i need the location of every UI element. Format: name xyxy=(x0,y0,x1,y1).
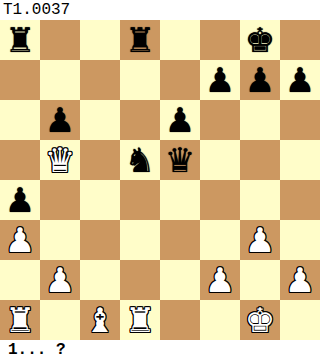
black-rook[interactable]: ♜ xyxy=(5,20,35,60)
square-e2[interactable] xyxy=(160,260,200,300)
white-queen[interactable]: ♛ xyxy=(45,140,75,180)
square-a1[interactable]: ♜ xyxy=(0,300,40,340)
square-f1[interactable] xyxy=(200,300,240,340)
square-c4[interactable] xyxy=(80,180,120,220)
square-c3[interactable] xyxy=(80,220,120,260)
white-pawn[interactable]: ♟ xyxy=(285,260,315,300)
square-e4[interactable] xyxy=(160,180,200,220)
square-f3[interactable] xyxy=(200,220,240,260)
black-pawn[interactable]: ♟ xyxy=(245,60,275,100)
square-f7[interactable]: ♟ xyxy=(200,60,240,100)
square-d3[interactable] xyxy=(120,220,160,260)
square-f6[interactable] xyxy=(200,100,240,140)
square-h6[interactable] xyxy=(280,100,320,140)
square-g6[interactable] xyxy=(240,100,280,140)
square-b1[interactable] xyxy=(40,300,80,340)
black-pawn[interactable]: ♟ xyxy=(205,60,235,100)
square-h5[interactable] xyxy=(280,140,320,180)
square-h4[interactable] xyxy=(280,180,320,220)
square-a2[interactable] xyxy=(0,260,40,300)
black-queen[interactable]: ♛ xyxy=(165,140,195,180)
square-c7[interactable] xyxy=(80,60,120,100)
square-h3[interactable] xyxy=(280,220,320,260)
square-e6[interactable]: ♟ xyxy=(160,100,200,140)
square-a5[interactable] xyxy=(0,140,40,180)
move-prompt: 1... ? xyxy=(0,340,320,360)
black-king[interactable]: ♚ xyxy=(245,20,275,60)
square-c8[interactable] xyxy=(80,20,120,60)
square-a8[interactable]: ♜ xyxy=(0,20,40,60)
square-f5[interactable] xyxy=(200,140,240,180)
square-e3[interactable] xyxy=(160,220,200,260)
square-b3[interactable] xyxy=(40,220,80,260)
square-d1[interactable]: ♜ xyxy=(120,300,160,340)
square-f2[interactable]: ♟ xyxy=(200,260,240,300)
white-pawn[interactable]: ♟ xyxy=(245,220,275,260)
square-b7[interactable] xyxy=(40,60,80,100)
square-h2[interactable]: ♟ xyxy=(280,260,320,300)
white-pawn[interactable]: ♟ xyxy=(45,260,75,300)
black-knight[interactable]: ♞ xyxy=(125,140,155,180)
square-b6[interactable]: ♟ xyxy=(40,100,80,140)
square-c6[interactable] xyxy=(80,100,120,140)
black-rook[interactable]: ♜ xyxy=(125,20,155,60)
square-a4[interactable]: ♟ xyxy=(0,180,40,220)
white-pawn[interactable]: ♟ xyxy=(5,220,35,260)
square-d7[interactable] xyxy=(120,60,160,100)
square-g4[interactable] xyxy=(240,180,280,220)
white-bishop[interactable]: ♝ xyxy=(85,300,115,340)
square-g3[interactable]: ♟ xyxy=(240,220,280,260)
square-h8[interactable] xyxy=(280,20,320,60)
white-rook[interactable]: ♜ xyxy=(5,300,35,340)
square-b5[interactable]: ♛ xyxy=(40,140,80,180)
square-h1[interactable] xyxy=(280,300,320,340)
square-a6[interactable] xyxy=(0,100,40,140)
square-c2[interactable] xyxy=(80,260,120,300)
square-d8[interactable]: ♜ xyxy=(120,20,160,60)
square-h7[interactable]: ♟ xyxy=(280,60,320,100)
square-d2[interactable] xyxy=(120,260,160,300)
square-c5[interactable] xyxy=(80,140,120,180)
square-e8[interactable] xyxy=(160,20,200,60)
square-e1[interactable] xyxy=(160,300,200,340)
square-a3[interactable]: ♟ xyxy=(0,220,40,260)
black-pawn[interactable]: ♟ xyxy=(165,100,195,140)
square-g7[interactable]: ♟ xyxy=(240,60,280,100)
square-f4[interactable] xyxy=(200,180,240,220)
puzzle-id: T1.0037 xyxy=(0,0,320,20)
square-e5[interactable]: ♛ xyxy=(160,140,200,180)
square-f8[interactable] xyxy=(200,20,240,60)
square-d5[interactable]: ♞ xyxy=(120,140,160,180)
black-pawn[interactable]: ♟ xyxy=(45,100,75,140)
square-b2[interactable]: ♟ xyxy=(40,260,80,300)
square-c1[interactable]: ♝ xyxy=(80,300,120,340)
square-g2[interactable] xyxy=(240,260,280,300)
white-king[interactable]: ♚ xyxy=(245,300,275,340)
black-pawn[interactable]: ♟ xyxy=(5,180,35,220)
square-b8[interactable] xyxy=(40,20,80,60)
square-d4[interactable] xyxy=(120,180,160,220)
black-pawn[interactable]: ♟ xyxy=(285,60,315,100)
square-b4[interactable] xyxy=(40,180,80,220)
square-d6[interactable] xyxy=(120,100,160,140)
square-g1[interactable]: ♚ xyxy=(240,300,280,340)
chess-board: ♜♜♚♟♟♟♟♟♛♞♛♟♟♟♟♟♟♜♝♜♚ xyxy=(0,20,320,340)
white-rook[interactable]: ♜ xyxy=(125,300,155,340)
square-e7[interactable] xyxy=(160,60,200,100)
square-g5[interactable] xyxy=(240,140,280,180)
square-a7[interactable] xyxy=(0,60,40,100)
square-g8[interactable]: ♚ xyxy=(240,20,280,60)
white-pawn[interactable]: ♟ xyxy=(205,260,235,300)
